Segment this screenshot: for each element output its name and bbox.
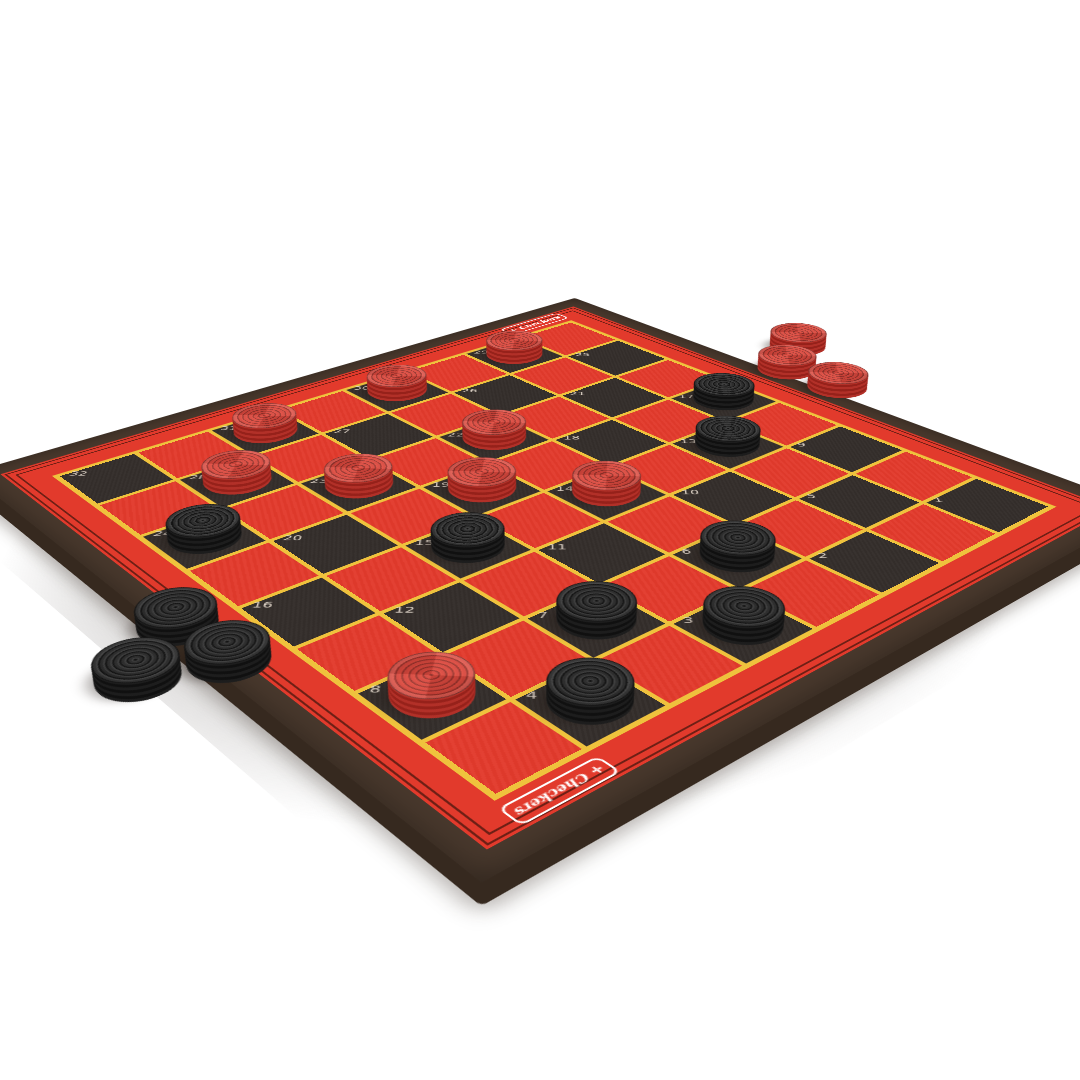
black-checker[interactable] [80, 649, 198, 715]
square-number: 5 [805, 493, 816, 499]
square-number: 20 [282, 534, 303, 541]
square-number: 11 [548, 543, 567, 550]
red-checker[interactable] [558, 472, 654, 514]
table-surface: 2517912921135261810230221462719113312315… [0, 228, 1080, 1080]
square-number: 16 [251, 600, 274, 608]
scene: 2517912921135261810230221462719113312315… [0, 0, 1080, 1080]
